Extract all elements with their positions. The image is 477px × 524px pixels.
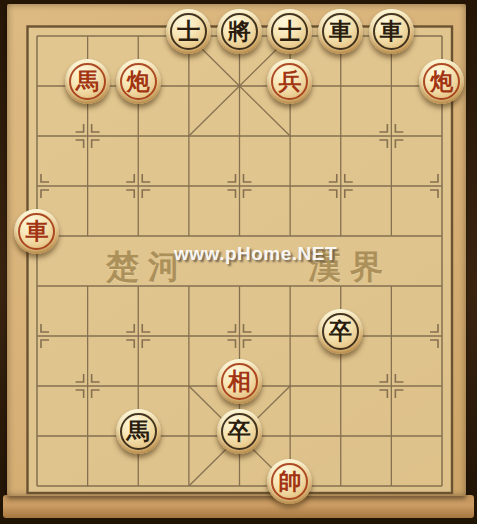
pieces-layer: 士將士車車馬炮兵炮車卒相馬卒帥 <box>12 6 467 506</box>
piece-red-elephant[interactable]: 相 <box>217 359 262 404</box>
piece-red-cannon[interactable]: 炮 <box>116 59 161 104</box>
piece-black-general[interactable]: 將 <box>217 9 262 54</box>
piece-black-soldier[interactable]: 卒 <box>217 409 262 454</box>
piece-glyph: 馬 <box>127 419 150 442</box>
board-surface[interactable]: 楚河 漢界 www.pHome.NET 士將士車車馬炮兵炮車卒相馬卒帥 <box>7 4 466 496</box>
piece-glyph: 炮 <box>430 69 453 92</box>
piece-red-soldier[interactable]: 兵 <box>267 59 312 104</box>
piece-red-chariot[interactable]: 車 <box>14 209 59 254</box>
xiangqi-board: 楚河 漢界 www.pHome.NET 士將士車車馬炮兵炮車卒相馬卒帥 <box>0 0 477 524</box>
piece-black-horse[interactable]: 馬 <box>116 409 161 454</box>
piece-black-advisor[interactable]: 士 <box>166 9 211 54</box>
piece-red-general[interactable]: 帥 <box>267 459 312 504</box>
piece-glyph: 馬 <box>76 69 99 92</box>
piece-glyph: 卒 <box>228 419 251 442</box>
piece-glyph: 卒 <box>329 319 352 342</box>
piece-glyph: 車 <box>380 19 403 42</box>
piece-glyph: 帥 <box>278 469 301 492</box>
piece-black-advisor[interactable]: 士 <box>267 9 312 54</box>
piece-glyph: 炮 <box>127 69 150 92</box>
piece-red-cannon[interactable]: 炮 <box>419 59 464 104</box>
piece-black-chariot[interactable]: 車 <box>318 9 363 54</box>
piece-glyph: 士 <box>177 19 200 42</box>
piece-glyph: 兵 <box>278 69 301 92</box>
piece-glyph: 相 <box>228 369 251 392</box>
piece-black-soldier[interactable]: 卒 <box>318 309 363 354</box>
piece-glyph: 將 <box>228 19 251 42</box>
piece-glyph: 士 <box>278 19 301 42</box>
piece-black-chariot[interactable]: 車 <box>369 9 414 54</box>
piece-glyph: 車 <box>25 219 48 242</box>
piece-glyph: 車 <box>329 19 352 42</box>
piece-red-horse[interactable]: 馬 <box>65 59 110 104</box>
